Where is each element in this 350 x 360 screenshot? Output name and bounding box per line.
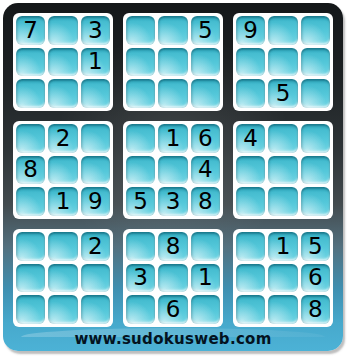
box-6: 4 xyxy=(233,121,333,219)
cell-r4c6[interactable]: 6 xyxy=(191,124,220,153)
cell-r5c9[interactable] xyxy=(301,156,330,185)
cell-r3c9[interactable] xyxy=(301,79,330,108)
cell-r7c9[interactable]: 5 xyxy=(301,232,330,261)
cell-r5c2[interactable] xyxy=(48,156,77,185)
cell-r6c1[interactable] xyxy=(16,187,45,216)
cell-r4c5[interactable]: 1 xyxy=(158,124,187,153)
cell-r5c8[interactable] xyxy=(268,156,297,185)
cell-r2c4[interactable] xyxy=(126,48,155,77)
cell-r1c2[interactable] xyxy=(48,16,77,45)
cell-r4c8[interactable] xyxy=(268,124,297,153)
cell-r6c4[interactable]: 5 xyxy=(126,187,155,216)
cell-r6c8[interactable] xyxy=(268,187,297,216)
cell-r9c4[interactable] xyxy=(126,295,155,324)
cell-r8c5[interactable] xyxy=(158,264,187,293)
cell-r6c6[interactable]: 8 xyxy=(191,187,220,216)
cell-r7c2[interactable] xyxy=(48,232,77,261)
cell-r9c5[interactable]: 6 xyxy=(158,295,187,324)
board-frame: 73159528191645384283161568 www.sudokuswe… xyxy=(3,3,343,351)
cell-r1c8[interactable] xyxy=(268,16,297,45)
cell-r7c1[interactable] xyxy=(16,232,45,261)
cell-r4c9[interactable] xyxy=(301,124,330,153)
cell-r1c3[interactable]: 3 xyxy=(81,16,110,45)
cell-r3c6[interactable] xyxy=(191,79,220,108)
sudoku-puzzle-image: 73159528191645384283161568 www.sudokuswe… xyxy=(0,0,350,360)
cell-r1c9[interactable] xyxy=(301,16,330,45)
cell-r5c7[interactable] xyxy=(236,156,265,185)
cell-r7c6[interactable] xyxy=(191,232,220,261)
cell-r5c5[interactable] xyxy=(158,156,187,185)
cell-r7c8[interactable]: 1 xyxy=(268,232,297,261)
website-url[interactable]: www.sudokusweb.com xyxy=(74,330,271,348)
cell-r3c7[interactable] xyxy=(236,79,265,108)
cell-r3c2[interactable] xyxy=(48,79,77,108)
cell-r9c7[interactable] xyxy=(236,295,265,324)
cell-r6c5[interactable]: 3 xyxy=(158,187,187,216)
box-3: 95 xyxy=(233,13,333,111)
cell-r5c1[interactable]: 8 xyxy=(16,156,45,185)
cell-r7c4[interactable] xyxy=(126,232,155,261)
cell-r4c3[interactable] xyxy=(81,124,110,153)
box-1: 731 xyxy=(13,13,113,111)
cell-r4c2[interactable]: 2 xyxy=(48,124,77,153)
cell-r3c5[interactable] xyxy=(158,79,187,108)
cell-r6c9[interactable] xyxy=(301,187,330,216)
cell-r3c8[interactable]: 5 xyxy=(268,79,297,108)
cell-r3c1[interactable] xyxy=(16,79,45,108)
cell-r6c7[interactable] xyxy=(236,187,265,216)
cell-r9c1[interactable] xyxy=(16,295,45,324)
cell-r1c1[interactable]: 7 xyxy=(16,16,45,45)
cell-r6c2[interactable]: 1 xyxy=(48,187,77,216)
cell-r8c6[interactable]: 1 xyxy=(191,264,220,293)
cell-r7c5[interactable]: 8 xyxy=(158,232,187,261)
cell-r8c8[interactable] xyxy=(268,264,297,293)
box-8: 8316 xyxy=(123,229,223,327)
cell-r2c3[interactable]: 1 xyxy=(81,48,110,77)
cell-r8c9[interactable]: 6 xyxy=(301,264,330,293)
box-9: 1568 xyxy=(233,229,333,327)
cell-r4c7[interactable]: 4 xyxy=(236,124,265,153)
cell-r8c1[interactable] xyxy=(16,264,45,293)
cell-r1c4[interactable] xyxy=(126,16,155,45)
box-4: 2819 xyxy=(13,121,113,219)
cell-r4c4[interactable] xyxy=(126,124,155,153)
cell-r2c7[interactable] xyxy=(236,48,265,77)
cell-r1c5[interactable] xyxy=(158,16,187,45)
cell-r2c6[interactable] xyxy=(191,48,220,77)
cell-r3c3[interactable] xyxy=(81,79,110,108)
cell-r2c1[interactable] xyxy=(16,48,45,77)
cell-r7c7[interactable] xyxy=(236,232,265,261)
cell-r8c3[interactable] xyxy=(81,264,110,293)
cell-r3c4[interactable] xyxy=(126,79,155,108)
cell-r5c6[interactable]: 4 xyxy=(191,156,220,185)
cell-r8c7[interactable] xyxy=(236,264,265,293)
cell-r1c6[interactable]: 5 xyxy=(191,16,220,45)
cell-r5c4[interactable] xyxy=(126,156,155,185)
cell-r2c2[interactable] xyxy=(48,48,77,77)
cell-r8c2[interactable] xyxy=(48,264,77,293)
cell-r8c4[interactable]: 3 xyxy=(126,264,155,293)
cell-r9c6[interactable] xyxy=(191,295,220,324)
cell-r9c8[interactable] xyxy=(268,295,297,324)
cell-r7c3[interactable]: 2 xyxy=(81,232,110,261)
cell-r2c8[interactable] xyxy=(268,48,297,77)
cell-r6c3[interactable]: 9 xyxy=(81,187,110,216)
box-2: 5 xyxy=(123,13,223,111)
cell-r9c2[interactable] xyxy=(48,295,77,324)
cell-r4c1[interactable] xyxy=(16,124,45,153)
box-7: 2 xyxy=(13,229,113,327)
box-5: 164538 xyxy=(123,121,223,219)
footer-bar: www.sudokusweb.com xyxy=(13,327,333,351)
cell-r9c9[interactable]: 8 xyxy=(301,295,330,324)
cell-r2c9[interactable] xyxy=(301,48,330,77)
sudoku-board: 73159528191645384283161568 xyxy=(13,13,333,327)
cell-r1c7[interactable]: 9 xyxy=(236,16,265,45)
cell-r5c3[interactable] xyxy=(81,156,110,185)
cell-r2c5[interactable] xyxy=(158,48,187,77)
cell-r9c3[interactable] xyxy=(81,295,110,324)
